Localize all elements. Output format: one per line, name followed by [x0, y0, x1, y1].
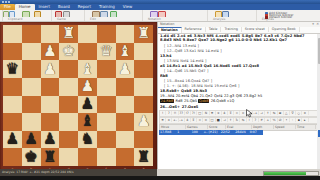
row-cell[interactable]: 17.Rb8 [159, 130, 176, 135]
square-e7[interactable] [78, 43, 97, 61]
group-separator [207, 10, 208, 21]
move-text[interactable]: [ 13.Nf4 Nxf4 14.exf4 ] [164, 59, 206, 63]
square-d1[interactable] [59, 148, 78, 166]
square-g1[interactable] [116, 148, 135, 166]
engine-table-selected-row[interactable]: 17.Rb81100+- (#21)22/52284kN0:07 [159, 130, 263, 135]
square-a4[interactable] [3, 96, 22, 114]
notation-line-10[interactable]: [ 1. +- (4.56): 18.Nf4 Nxf4 19.exf4 Qe6 … [160, 84, 315, 88]
square-a6[interactable]: ♛ [3, 60, 22, 78]
group-separator [84, 10, 85, 21]
notation-line-11[interactable]: 18.Rxb8+ Qxb8 19.Nc3 [160, 89, 315, 93]
ribbon-item-default-kibitzer[interactable]: Default Kibitzer [265, 15, 292, 19]
move-text[interactable]: [ 12...Qd8 13.Ka1 Nf4 14.exf4 ] [164, 49, 222, 53]
square-d2[interactable] [59, 131, 78, 149]
square-e5[interactable]: ♟ [78, 78, 97, 96]
square-e6[interactable]: ♝ [78, 60, 97, 78]
move-text[interactable]: [ 12...Nf4 13.exf4 ] [164, 44, 199, 48]
white-rook-h8[interactable]: ♜ [137, 26, 150, 41]
square-e8[interactable] [78, 25, 97, 43]
ribbon-group-analysis: Analysis [213, 17, 225, 21]
square-e4[interactable]: ♟ [78, 96, 97, 114]
move-text[interactable]: 19...Nf4 20.exf4 Qb4 21.Qe2 Qxf4 22.g3 Q… [160, 94, 262, 98]
chessbase-window: FileHomeInsertBoardReportTrainingView Cl… [0, 0, 320, 180]
notation-panel: Notation ▾ ✕ NotationReferenceTableTrain… [157, 22, 320, 169]
annotation-symbols-row-2: ±∓+--+⩲⩱=∞□■→↑↻⇆!?#+½∅•◦▪▸ [159, 117, 319, 124]
qat-save-icon[interactable] [2, 1, 4, 3]
square-d8[interactable]: ♜ [59, 25, 78, 43]
white-pawn-c6[interactable]: ♟ [43, 61, 56, 76]
square-c3[interactable] [41, 113, 60, 131]
white-pawn-e5[interactable]: ♟ [81, 79, 94, 94]
square-g4[interactable] [116, 96, 135, 114]
square-e3[interactable]: ♝ [78, 113, 97, 131]
group-separator [51, 10, 52, 21]
move-text[interactable]: 13.h4 [160, 54, 171, 58]
notation-line-9[interactable]: [ 15...Bxa4 16.Qxa4 Qd7 ] [160, 79, 315, 83]
notation-text[interactable]: 1.d4 d5 2.c4 e6 3.Nc3 Nf6 4.cxd5 exd5 5.… [160, 34, 315, 108]
square-c5[interactable] [41, 78, 60, 96]
chess-board-frame: ♜♜♟♚♛♝♛♟♝♟♟♟♝♟♟♟♟♞♚♜♜ abcdefgh [0, 22, 157, 172]
square-d5[interactable] [59, 78, 78, 96]
square-g7[interactable]: ♝ [116, 43, 135, 61]
tab-score-sheet[interactable]: Score sheet [242, 27, 269, 32]
qat-undo-icon[interactable] [5, 1, 7, 3]
notation-line-6[interactable]: a5 14.Rc1 a4 15.Nc3 Qa5 16.Nxd5 cxd5 17.… [160, 64, 315, 68]
square-f4[interactable] [97, 96, 116, 114]
column-header-speed[interactable]: Speed [274, 125, 296, 129]
white-rook-d8[interactable]: ♜ [62, 26, 75, 41]
square-b6[interactable] [22, 60, 41, 78]
qat-redo-icon[interactable] [8, 1, 10, 3]
white-queen-f7[interactable]: ♛ [99, 43, 112, 58]
row-cell[interactable]: 22/52 [220, 130, 235, 135]
notation-line-1[interactable]: 1.d4 d5 2.c4 e6 3.Nc3 Nf6 4.cxd5 exd5 5.… [160, 34, 315, 43]
square-h7[interactable] [134, 43, 153, 61]
square-b2[interactable]: ♟ [22, 131, 41, 149]
square-b7[interactable] [22, 43, 41, 61]
square-g6[interactable]: ♟ [116, 60, 135, 78]
annotation-symbols-row-1: !?!!??!??!□N±∓⩲⩱=∞+--+→↑⇆⊕△∇○× [159, 110, 319, 117]
square-d3[interactable] [59, 113, 78, 131]
square-a7[interactable] [3, 43, 22, 61]
black-knight-e2[interactable]: ♞ [81, 132, 94, 147]
notation-line-2[interactable]: [ 12...Nf4 13.exf4 ] [160, 44, 315, 48]
white-pawn-g6[interactable]: ♟ [118, 61, 131, 76]
square-f3[interactable] [97, 113, 116, 131]
notation-line-4[interactable]: 13.h4 [160, 54, 315, 58]
square-a3[interactable] [3, 113, 22, 131]
ribbon-group-game: Game [57, 17, 66, 21]
square-a2[interactable]: ♟ [3, 131, 22, 149]
group-separator [142, 10, 143, 21]
white-king-d7[interactable]: ♚ [62, 43, 75, 58]
square-h4[interactable] [134, 96, 153, 114]
group-separator [2, 10, 3, 21]
notation-line-14[interactable]: 26...Qe5+ 27.Qxe5 [160, 105, 315, 109]
bottom-edge [0, 176, 320, 180]
move-text[interactable]: a5 14.Rc1 a4 15.Nc3 Qa5 16.Nxd5 cxd5 17.… [160, 64, 259, 68]
row-cell[interactable]: 284kN [234, 130, 249, 135]
ribbon-group-edit: Edit [90, 17, 96, 21]
black-pawn-c2[interactable]: ♟ [43, 132, 56, 147]
row-cell[interactable]: +- (#21) [203, 130, 220, 135]
square-e2[interactable]: ♞ [78, 131, 97, 149]
status-text: Analysis: 17.Rb8! +- #21 depth 22/52 284… [2, 169, 74, 176]
notation-line-12[interactable]: 19...Nf4 20.exf4 Qb4 21.Qe2 Qxf4 22.g3 Q… [160, 94, 315, 98]
move-text[interactable]: Rb8 [160, 74, 168, 78]
item-bullet-icon [265, 16, 268, 19]
black-pawn-b2[interactable]: ♟ [24, 132, 37, 147]
square-h5[interactable] [134, 78, 153, 96]
black-rook-c1[interactable]: ♜ [43, 149, 56, 164]
square-h2[interactable] [134, 131, 153, 149]
square-b1[interactable]: ♚ [22, 148, 41, 166]
square-b8[interactable] [22, 25, 41, 43]
square-a8[interactable] [3, 25, 22, 43]
square-h3[interactable]: ♟ [134, 113, 153, 131]
square-g2[interactable] [116, 131, 135, 149]
move-text[interactable]: 1.d4 d5 2.c4 e6 3.Nc3 Nf6 4.cxd5 exd5 5.… [160, 34, 304, 42]
column-header-games[interactable]: Games [186, 125, 208, 129]
square-c8[interactable] [41, 25, 60, 43]
tab-notation[interactable]: Notation [158, 27, 182, 33]
group-separator [256, 10, 257, 21]
highlighted-move[interactable]: Qxb8 [198, 99, 209, 103]
chess-board[interactable]: ♜♜♟♚♛♝♛♟♝♟♟♟♝♟♟♟♟♞♚♜♜ [3, 25, 153, 166]
square-c1[interactable]: ♜ [41, 148, 60, 166]
move-text[interactable]: [ 1. +- (4.56): 18.Nf4 Nxf4 19.exf4 Qe6 … [164, 84, 239, 88]
column-header-time[interactable]: Time [296, 125, 316, 129]
row-cell[interactable]: 0:07 [249, 130, 262, 135]
square-f8[interactable] [97, 25, 116, 43]
square-a1[interactable] [3, 148, 22, 166]
square-d4[interactable] [59, 96, 78, 114]
row-cell[interactable]: 100 [191, 130, 203, 135]
black-bishop-e3[interactable]: ♝ [81, 114, 94, 129]
notation-tab-strip: NotationReferenceTableTrainingScore shee… [158, 27, 320, 34]
column-header-depth[interactable]: Depth [252, 125, 274, 129]
move-text[interactable]: [ 15...Bxa4 16.Qxa4 Qd7 ] [164, 79, 212, 83]
white-pawn-c7[interactable]: ♟ [43, 43, 56, 58]
column-header-eval[interactable]: Eval [226, 125, 252, 129]
square-f5[interactable] [97, 78, 116, 96]
move-text[interactable]: [ 14...Qd6 15.Nb5 Qd7 ] [164, 69, 208, 73]
square-f7[interactable]: ♛ [97, 43, 116, 61]
column-header-score[interactable]: Score [208, 125, 226, 129]
progress-fill [264, 172, 306, 175]
square-e1[interactable] [78, 148, 97, 166]
ribbon-group-clipboard: Clipboard [8, 17, 22, 21]
notation-line-13[interactable]: 24.Rb8 Rd8 25.Qb5 Qxb8 26.Qxb8 c1Q [160, 99, 315, 103]
tab-reference[interactable]: Reference [182, 27, 206, 32]
square-b3[interactable] [22, 113, 41, 131]
annotation-symbol-button[interactable]: ▸ [302, 118, 308, 122]
square-f1[interactable] [97, 148, 116, 166]
black-pawn-a2[interactable]: ♟ [6, 132, 19, 147]
square-d7[interactable]: ♚ [59, 43, 78, 61]
black-pawn-e4[interactable]: ♟ [81, 96, 94, 111]
notation-line-5[interactable]: [ 13.Nf4 Nxf4 14.exf4 ] [160, 59, 315, 63]
tab-table[interactable]: Table [206, 27, 222, 32]
square-b4[interactable] [22, 96, 41, 114]
white-pawn-h3[interactable]: ♟ [137, 114, 150, 129]
square-c4[interactable] [41, 96, 60, 114]
move-text[interactable]: 18.Rxb8+ Qxb8 19.Nc3 [160, 89, 207, 93]
item-label: Default Kibitzer [269, 15, 292, 19]
square-c2[interactable]: ♟ [41, 131, 60, 149]
square-h1[interactable]: ♜ [134, 148, 153, 166]
move-text[interactable]: Rd8 25.Qb5 [174, 99, 199, 103]
square-h8[interactable]: ♜ [134, 25, 153, 43]
row-cell[interactable]: 1 [176, 130, 191, 135]
ribbon-group-notation: Notation [148, 17, 161, 21]
move-text[interactable]: 26...Qe5+ 27.Qxe5 [160, 105, 198, 109]
white-bishop-e6[interactable]: ♝ [81, 61, 94, 76]
square-f6[interactable] [97, 60, 116, 78]
notation-line-8[interactable]: Rb8 [160, 74, 315, 78]
square-b5[interactable] [22, 78, 41, 96]
black-queen-a6[interactable]: ♛ [6, 61, 19, 76]
square-h6[interactable] [134, 60, 153, 78]
notation-line-3[interactable]: [ 12...Qd8 13.Ka1 Nf4 14.exf4 ] [160, 49, 315, 53]
square-c6[interactable]: ♟ [41, 60, 60, 78]
square-g8[interactable] [116, 25, 135, 43]
square-g5[interactable] [116, 78, 135, 96]
square-g3[interactable] [116, 113, 135, 131]
square-c7[interactable]: ♟ [41, 43, 60, 61]
mouse-cursor [246, 109, 253, 118]
tab-training[interactable]: Training [221, 27, 241, 32]
white-bishop-g7[interactable]: ♝ [118, 43, 131, 58]
black-rook-h1[interactable]: ♜ [137, 149, 150, 164]
black-king-b1[interactable]: ♚ [24, 149, 37, 164]
square-a5[interactable] [3, 78, 22, 96]
square-d6[interactable] [59, 60, 78, 78]
tab-opening-book[interactable]: Opening Book [269, 27, 300, 32]
annotation-symbol-button[interactable]: × [302, 111, 308, 115]
notation-line-7[interactable]: [ 14...Qd6 15.Nb5 Qd7 ] [160, 69, 315, 73]
square-f2[interactable] [97, 131, 116, 149]
column-header-move[interactable]: Move [160, 125, 186, 129]
highlighted-move[interactable]: 24.Rb8 [160, 99, 174, 103]
move-text[interactable]: 26.Qxb8 c1Q [209, 99, 234, 103]
